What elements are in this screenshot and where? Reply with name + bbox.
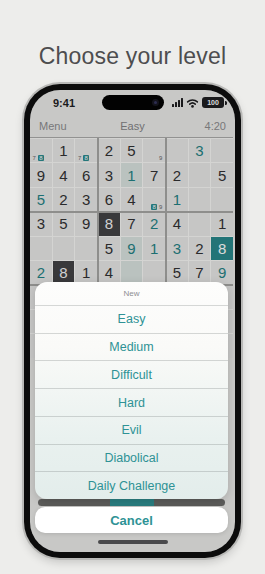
phone-screen: 9:41 100 Menu Easy 4:20 781782593946317 [30,90,235,552]
sheet-option-easy[interactable]: Easy [35,306,228,334]
sheet-option-diabolical[interactable]: Diabolical [35,445,228,473]
page-title: Choose your level [0,43,265,70]
sheet-option-hard[interactable]: Hard [35,389,228,417]
phone-frame: 9:41 100 Menu Easy 4:20 781782593946317 [24,84,241,558]
level-action-sheet: New EasyMediumDifficultHardEvilDiabolica… [35,282,228,499]
sheet-header: New [35,282,228,306]
sheet-option-evil[interactable]: Evil [35,417,228,445]
home-indicator[interactable] [98,540,168,544]
sheet-option-difficult[interactable]: Difficult [35,361,228,389]
sheet-option-daily-challenge[interactable]: Daily Challenge [35,472,228,499]
cancel-button[interactable]: Cancel [35,507,228,533]
page: { "page_title": "Choose your level", "ga… [0,0,265,574]
sheet-option-medium[interactable]: Medium [35,334,228,362]
